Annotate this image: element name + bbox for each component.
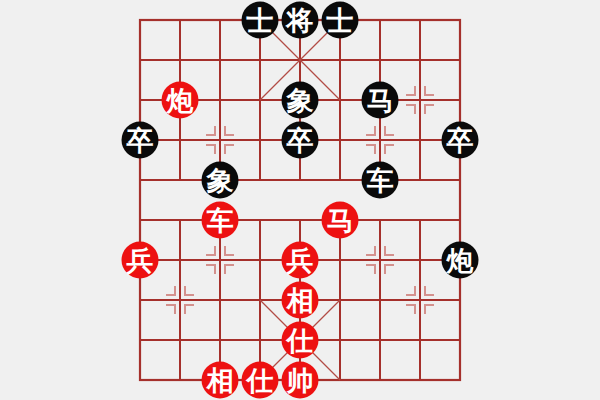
point-marker: [225, 145, 234, 154]
point-marker: [166, 286, 175, 295]
red-elephant[interactable]: 相: [202, 362, 239, 399]
point-marker: [366, 246, 375, 255]
point-marker: [206, 246, 215, 255]
point-marker: [206, 126, 215, 135]
black-soldier[interactable]: 卒: [282, 122, 319, 159]
point-marker: [406, 305, 415, 314]
red-soldier[interactable]: 兵: [282, 242, 319, 279]
point-marker: [385, 145, 394, 154]
point-marker: [225, 126, 234, 135]
point-marker: [166, 305, 175, 314]
red-soldier[interactable]: 兵: [122, 242, 159, 279]
black-elephant[interactable]: 象: [282, 82, 319, 119]
red-advisor[interactable]: 仕: [242, 362, 279, 399]
point-marker: [425, 286, 434, 295]
black-soldier[interactable]: 卒: [442, 122, 479, 159]
red-chariot[interactable]: 车: [202, 202, 239, 239]
red-horse[interactable]: 马: [322, 202, 359, 239]
point-marker: [206, 145, 215, 154]
black-chariot[interactable]: 车: [362, 162, 399, 199]
point-marker: [406, 286, 415, 295]
point-marker: [385, 126, 394, 135]
xiangqi-app: 士将士炮象马卒卒卒象车车马兵兵炮相仕相仕帅: [0, 0, 600, 400]
point-marker: [406, 86, 415, 95]
red-cannon[interactable]: 炮: [162, 82, 199, 119]
point-marker: [406, 105, 415, 114]
black-advisor[interactable]: 士: [322, 2, 359, 39]
point-marker: [425, 86, 434, 95]
point-marker: [366, 265, 375, 274]
point-marker: [185, 305, 194, 314]
point-marker: [385, 246, 394, 255]
point-marker: [385, 265, 394, 274]
black-elephant[interactable]: 象: [202, 162, 239, 199]
black-cannon[interactable]: 炮: [442, 242, 479, 279]
point-marker: [366, 145, 375, 154]
black-horse[interactable]: 马: [362, 82, 399, 119]
black-general[interactable]: 将: [282, 2, 319, 39]
black-soldier[interactable]: 卒: [122, 122, 159, 159]
point-marker: [225, 246, 234, 255]
red-advisor[interactable]: 仕: [282, 322, 319, 359]
red-elephant[interactable]: 相: [282, 282, 319, 319]
red-general[interactable]: 帅: [282, 362, 319, 399]
point-marker: [366, 126, 375, 135]
point-marker: [185, 286, 194, 295]
point-marker: [425, 305, 434, 314]
point-marker: [225, 265, 234, 274]
point-marker: [425, 105, 434, 114]
point-marker: [206, 265, 215, 274]
black-advisor[interactable]: 士: [242, 2, 279, 39]
